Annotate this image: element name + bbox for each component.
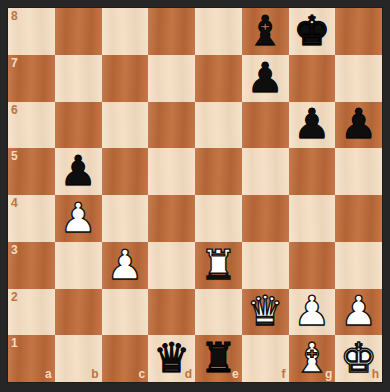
square-b2[interactable]	[55, 289, 102, 336]
square-b3[interactable]	[55, 242, 102, 289]
square-h4[interactable]	[335, 195, 382, 242]
square-b8[interactable]	[55, 8, 102, 55]
square-f3[interactable]	[242, 242, 289, 289]
square-g8[interactable]: ♚	[289, 8, 336, 55]
square-d2[interactable]	[148, 289, 195, 336]
black-bishop-piece[interactable]: ♝	[242, 8, 289, 55]
square-f8[interactable]: ♝	[242, 8, 289, 55]
square-g6[interactable]: ♟	[289, 102, 336, 149]
white-queen-piece[interactable]: ♛	[242, 289, 289, 336]
white-pawn-piece[interactable]: ♟	[102, 242, 149, 289]
black-queen-piece[interactable]: ♛	[148, 335, 195, 382]
square-e5[interactable]	[195, 148, 242, 195]
square-d4[interactable]	[148, 195, 195, 242]
square-g4[interactable]	[289, 195, 336, 242]
square-d1[interactable]: d♛	[148, 335, 195, 382]
square-h1[interactable]: h♚	[335, 335, 382, 382]
square-e7[interactable]	[195, 55, 242, 102]
square-h3[interactable]	[335, 242, 382, 289]
square-c8[interactable]	[102, 8, 149, 55]
square-b6[interactable]	[55, 102, 102, 149]
square-e2[interactable]	[195, 289, 242, 336]
square-d7[interactable]	[148, 55, 195, 102]
square-c2[interactable]	[102, 289, 149, 336]
square-c7[interactable]	[102, 55, 149, 102]
square-d5[interactable]	[148, 148, 195, 195]
rank-label-8: 8	[11, 10, 18, 22]
square-h6[interactable]: ♟	[335, 102, 382, 149]
square-c1[interactable]: c	[102, 335, 149, 382]
square-a6[interactable]: 6	[8, 102, 55, 149]
square-a5[interactable]: 5	[8, 148, 55, 195]
square-g5[interactable]	[289, 148, 336, 195]
white-pawn-piece[interactable]: ♟	[55, 195, 102, 242]
white-pawn-piece[interactable]: ♟	[335, 289, 382, 336]
square-d8[interactable]	[148, 8, 195, 55]
black-king-piece[interactable]: ♚	[289, 8, 336, 55]
square-h8[interactable]	[335, 8, 382, 55]
black-rook-piece[interactable]: ♜	[195, 335, 242, 382]
black-pawn-piece[interactable]: ♟	[335, 102, 382, 149]
chess-board: 8♝♚7♟6♟♟5♟4♟3♟♜2♛♟♟1abcd♛e♜fg♝h♚	[8, 8, 382, 382]
white-king-piece[interactable]: ♚	[335, 335, 382, 382]
square-h2[interactable]: ♟	[335, 289, 382, 336]
square-e1[interactable]: e♜	[195, 335, 242, 382]
square-a8[interactable]: 8	[8, 8, 55, 55]
square-e4[interactable]	[195, 195, 242, 242]
square-g1[interactable]: g♝	[289, 335, 336, 382]
white-pawn-piece[interactable]: ♟	[289, 289, 336, 336]
square-f7[interactable]: ♟	[242, 55, 289, 102]
square-c4[interactable]	[102, 195, 149, 242]
white-rook-piece[interactable]: ♜	[195, 242, 242, 289]
square-g2[interactable]: ♟	[289, 289, 336, 336]
square-h7[interactable]	[335, 55, 382, 102]
square-a2[interactable]: 2	[8, 289, 55, 336]
square-f4[interactable]	[242, 195, 289, 242]
square-g7[interactable]	[289, 55, 336, 102]
file-label-b: b	[91, 368, 98, 380]
file-label-a: a	[45, 368, 52, 380]
square-b4[interactable]: ♟	[55, 195, 102, 242]
square-b5[interactable]: ♟	[55, 148, 102, 195]
square-a4[interactable]: 4	[8, 195, 55, 242]
square-g3[interactable]	[289, 242, 336, 289]
file-label-f: f	[282, 368, 286, 380]
white-bishop-piece[interactable]: ♝	[289, 335, 336, 382]
rank-label-4: 4	[11, 197, 18, 209]
rank-label-3: 3	[11, 244, 18, 256]
square-b7[interactable]	[55, 55, 102, 102]
square-f5[interactable]	[242, 148, 289, 195]
square-f2[interactable]: ♛	[242, 289, 289, 336]
black-pawn-piece[interactable]: ♟	[55, 148, 102, 195]
square-d6[interactable]	[148, 102, 195, 149]
square-f1[interactable]: f	[242, 335, 289, 382]
square-e8[interactable]	[195, 8, 242, 55]
square-e3[interactable]: ♜	[195, 242, 242, 289]
square-a1[interactable]: 1a	[8, 335, 55, 382]
square-a7[interactable]: 7	[8, 55, 55, 102]
square-c6[interactable]	[102, 102, 149, 149]
square-c5[interactable]	[102, 148, 149, 195]
black-pawn-piece[interactable]: ♟	[289, 102, 336, 149]
file-label-c: c	[139, 368, 146, 380]
square-d3[interactable]	[148, 242, 195, 289]
square-h5[interactable]	[335, 148, 382, 195]
rank-label-1: 1	[11, 337, 18, 349]
black-pawn-piece[interactable]: ♟	[242, 55, 289, 102]
rank-label-2: 2	[11, 291, 18, 303]
rank-label-6: 6	[11, 104, 18, 116]
square-c3[interactable]: ♟	[102, 242, 149, 289]
rank-label-7: 7	[11, 57, 18, 69]
board-frame: 8♝♚7♟6♟♟5♟4♟3♟♜2♛♟♟1abcd♛e♜fg♝h♚	[0, 0, 390, 392]
square-e6[interactable]	[195, 102, 242, 149]
square-f6[interactable]	[242, 102, 289, 149]
square-a3[interactable]: 3	[8, 242, 55, 289]
square-b1[interactable]: b	[55, 335, 102, 382]
rank-label-5: 5	[11, 150, 18, 162]
